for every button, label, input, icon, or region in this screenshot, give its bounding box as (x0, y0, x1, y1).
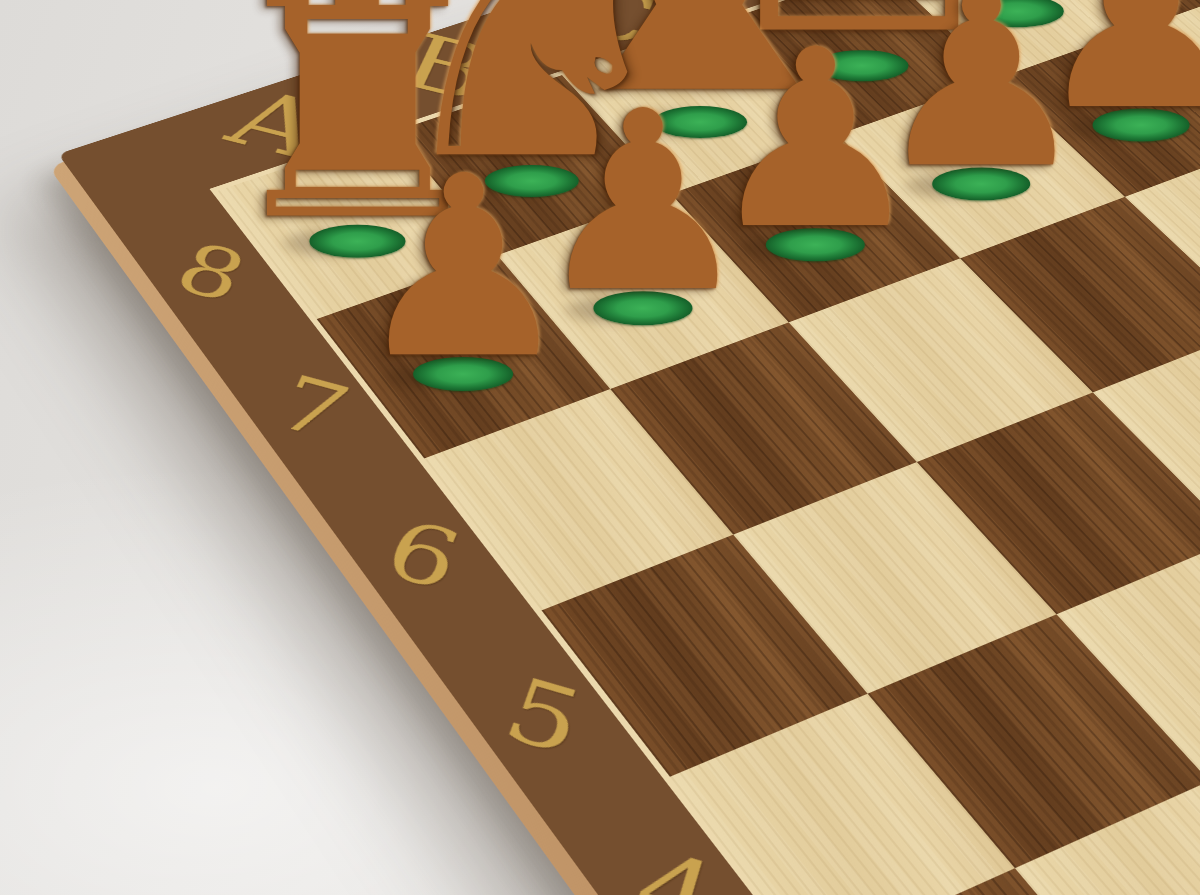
studio-background: 87654321ABCDEFGH ♜♞♝♛♚♟♟♟♟♟ (0, 0, 1200, 895)
board-squares (218, 0, 1200, 895)
rank-label-6: 6 (375, 509, 471, 603)
maple-inlay-line (209, 0, 1200, 895)
rank-label-8: 8 (165, 233, 257, 313)
board-walnut-frame: 87654321ABCDEFGH (58, 0, 1200, 895)
rank-label-7: 7 (266, 365, 360, 452)
chessboard: 87654321ABCDEFGH (58, 0, 1200, 895)
rank-label-4: 4 (626, 837, 727, 895)
rank-label-5: 5 (494, 665, 593, 768)
